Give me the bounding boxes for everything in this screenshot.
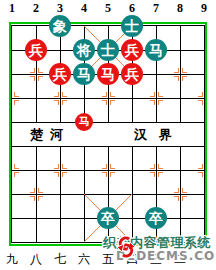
point-marker-corner — [30, 196, 35, 201]
file-label-bottom-1: 九 — [3, 251, 21, 265]
point-marker — [30, 188, 43, 201]
point-marker-corner — [110, 172, 115, 177]
point-marker-corner — [174, 76, 179, 81]
file-label-top-6: 6 — [124, 1, 140, 15]
point-marker-corner — [14, 164, 19, 169]
point-marker-corner — [110, 92, 115, 97]
point-marker-corner — [54, 164, 59, 169]
point-marker-corner — [150, 92, 155, 97]
point-marker-corner — [150, 172, 155, 177]
point-marker-corner — [198, 164, 203, 169]
point-marker-corner — [182, 76, 187, 81]
point-marker-corner — [54, 100, 59, 105]
point-marker-corner — [182, 196, 187, 201]
point-marker-corner — [102, 92, 107, 97]
point-marker — [102, 164, 115, 177]
xiangqi-diagram: 123456789 楚河 汉界 象士兵将士兵马兵马马兵马卒卒 九八七六五四三二一… — [0, 0, 216, 270]
point-marker-corner — [14, 100, 19, 105]
file-label-top-7: 7 — [148, 1, 164, 15]
piece-red-soldier[interactable]: 兵 — [121, 39, 143, 61]
point-marker — [54, 164, 67, 177]
file-label-bottom-3: 七 — [51, 251, 69, 265]
piece-black-horse[interactable]: 马 — [145, 39, 167, 61]
file-label-bottom-5: 五 — [99, 251, 117, 265]
point-marker-corner — [30, 76, 35, 81]
river-label-han-jie: 汉界 — [134, 126, 184, 141]
piece-black-soldier[interactable]: 卒 — [145, 207, 167, 229]
piece-black-advisor[interactable]: 士 — [97, 39, 119, 61]
point-marker-corner — [158, 164, 163, 169]
point-marker-corner — [38, 188, 43, 193]
point-marker-corner — [150, 164, 155, 169]
point-marker-corner — [102, 172, 107, 177]
point-marker-corner — [102, 100, 107, 105]
file-label-top-4: 4 — [76, 1, 92, 15]
piece-red-soldier[interactable]: 兵 — [121, 63, 143, 85]
point-marker-corner — [38, 76, 43, 81]
file-label-top-9: 9 — [196, 1, 212, 15]
piece-black-soldier[interactable]: 卒 — [97, 207, 119, 229]
piece-red-horse[interactable]: 马 — [97, 63, 119, 85]
file-label-top-1: 1 — [4, 1, 20, 15]
point-marker — [150, 164, 163, 177]
point-marker — [30, 68, 43, 81]
point-marker-corner — [54, 172, 59, 177]
point-marker-corner — [198, 92, 203, 97]
point-marker-corner — [54, 92, 59, 97]
piece-red-horse[interactable]: 马 — [75, 113, 93, 131]
point-marker-corner — [110, 164, 115, 169]
point-marker — [198, 164, 211, 177]
piece-black-advisor[interactable]: 士 — [121, 15, 143, 37]
point-marker-corner — [62, 92, 67, 97]
point-marker-corner — [174, 188, 179, 193]
point-marker-corner — [150, 100, 155, 105]
point-marker — [150, 92, 163, 105]
file-label-top-2: 2 — [28, 1, 44, 15]
piece-black-horse[interactable]: 马 — [73, 63, 95, 85]
point-marker-corner — [198, 172, 203, 177]
point-marker-corner — [62, 172, 67, 177]
point-marker-corner — [38, 68, 43, 73]
point-marker — [6, 164, 19, 177]
point-marker-corner — [174, 68, 179, 73]
piece-red-soldier[interactable]: 兵 — [25, 39, 47, 61]
file-label-top-8: 8 — [172, 1, 188, 15]
point-marker-corner — [158, 92, 163, 97]
point-marker — [6, 92, 19, 105]
point-marker-corner — [182, 188, 187, 193]
point-marker-corner — [182, 68, 187, 73]
point-marker-corner — [174, 196, 179, 201]
point-marker — [174, 68, 187, 81]
point-marker-corner — [110, 100, 115, 105]
point-marker-corner — [14, 172, 19, 177]
point-marker — [102, 92, 115, 105]
point-marker — [174, 188, 187, 201]
point-marker — [54, 92, 67, 105]
dedecms-logo-icon — [116, 232, 136, 262]
point-marker — [198, 92, 211, 105]
point-marker-corner — [158, 172, 163, 177]
point-marker-corner — [62, 100, 67, 105]
point-marker-corner — [102, 164, 107, 169]
file-label-top-3: 3 — [52, 1, 68, 15]
piece-black-elephant[interactable]: 象 — [49, 15, 71, 37]
point-marker-corner — [30, 68, 35, 73]
river-label-chu-he: 楚河 — [30, 126, 70, 141]
point-marker-corner — [198, 100, 203, 105]
file-label-bottom-2: 八 — [27, 251, 45, 265]
point-marker-corner — [62, 164, 67, 169]
point-marker-corner — [30, 188, 35, 193]
piece-black-general[interactable]: 将 — [73, 39, 95, 61]
point-marker-corner — [38, 196, 43, 201]
file-label-bottom-4: 六 — [75, 251, 93, 265]
file-label-top-5: 5 — [100, 1, 116, 15]
point-marker-corner — [158, 100, 163, 105]
point-marker-corner — [14, 92, 19, 97]
piece-red-soldier[interactable]: 兵 — [49, 63, 71, 85]
